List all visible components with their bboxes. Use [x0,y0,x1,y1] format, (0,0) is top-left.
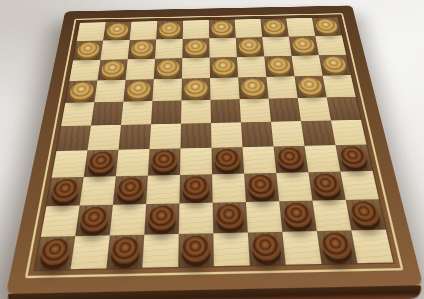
square-light-r2c8 [292,55,323,76]
square-37[interactable] [113,176,148,205]
dark-man-sq34[interactable] [277,148,305,170]
square-light-r7c9 [340,171,379,200]
light-man-sq11[interactable] [101,61,125,78]
board-front-edge [6,285,424,299]
square-42[interactable] [144,203,179,234]
dark-man-sq38[interactable] [183,176,209,199]
square-light-r8c2 [110,204,146,235]
dark-man-sq33[interactable] [215,149,241,171]
square-light-r3c5 [210,77,239,99]
square-34[interactable] [274,146,309,173]
light-man-sq15[interactable] [322,56,348,73]
square-light-r4c4 [181,100,211,124]
square-light-r8c8 [312,200,351,231]
square-26[interactable] [56,126,91,151]
square-light-r7c5 [212,174,246,203]
light-man-sq18[interactable] [184,80,207,98]
square-light-r2c4 [182,58,210,79]
square-light-r2c0 [69,60,100,81]
square-light-r4c8 [298,97,331,121]
square-11[interactable] [97,59,127,80]
light-man-sq1[interactable] [106,23,129,38]
square-49[interactable] [248,232,286,266]
square-28[interactable] [181,123,212,148]
square-light-r7c1 [80,176,116,205]
square-light-r8c0 [41,205,80,236]
square-light-r4c2 [121,101,152,125]
square-light-r3c1 [94,80,125,102]
square-40[interactable] [308,172,345,201]
square-light-r2c2 [126,59,155,80]
light-man-sq13[interactable] [212,58,235,75]
light-man-sq12[interactable] [157,60,180,77]
dark-man-sq49[interactable] [251,234,281,261]
square-8[interactable] [182,38,209,58]
square-45[interactable] [346,199,386,230]
light-man-sq17[interactable] [127,81,151,99]
photo-background [0,0,424,299]
square-4[interactable] [260,18,288,37]
board-scene [6,5,423,294]
square-light-r6c4 [180,148,212,175]
square-light-r6c8 [305,145,341,172]
dark-man-sq35[interactable] [339,146,369,168]
square-light-r0c8 [286,18,315,37]
square-light-r7c3 [146,175,180,204]
dark-man-sq39[interactable] [247,175,275,198]
square-1[interactable] [103,22,131,41]
square-light-r9c9 [351,230,393,264]
square-24[interactable] [269,98,301,122]
square-light-r1c5 [209,38,237,58]
square-light-r1c7 [262,37,291,57]
square-21[interactable] [91,102,123,126]
square-12[interactable] [154,58,183,79]
square-38[interactable] [179,174,212,203]
light-man-sq9[interactable] [238,38,261,54]
dark-man-sq32[interactable] [151,150,177,172]
square-32[interactable] [148,148,181,175]
square-light-r9c5 [213,233,250,267]
square-6[interactable] [73,40,103,60]
square-15[interactable] [319,55,351,76]
board-grid [35,17,394,270]
dark-man-sq36[interactable] [50,179,80,202]
square-light-r1c3 [155,39,183,59]
draughts-board [6,5,423,294]
square-light-r9c7 [282,231,321,265]
dark-man-sq42[interactable] [148,205,176,230]
dark-man-sq46[interactable] [39,238,71,265]
square-light-r2c6 [237,56,266,77]
square-25[interactable] [327,97,361,121]
square-light-r0c6 [235,19,263,38]
light-man-sq5[interactable] [315,19,339,34]
square-13[interactable] [210,57,239,78]
dark-man-sq48[interactable] [182,235,211,262]
light-man-sq4[interactable] [263,20,286,35]
square-light-r1c1 [100,40,129,60]
square-5[interactable] [312,17,342,36]
square-31[interactable] [84,150,119,177]
square-light-r3c7 [266,76,297,98]
square-47[interactable] [106,235,144,269]
square-27[interactable] [118,124,151,149]
dark-man-sq43[interactable] [216,204,244,229]
square-light-r0c2 [130,21,158,40]
square-7[interactable] [128,39,156,59]
light-man-sq16[interactable] [69,82,95,100]
square-18[interactable] [181,78,210,100]
square-light-r5c3 [150,124,182,149]
dark-man-sq50[interactable] [321,233,353,260]
square-19[interactable] [238,77,268,99]
square-light-r6c6 [243,146,277,173]
square-light-r7c7 [276,172,312,201]
square-light-r6c2 [116,149,150,176]
square-light-r9c3 [142,234,179,268]
square-light-r6c0 [52,150,88,177]
square-35[interactable] [336,145,373,172]
square-46[interactable] [35,236,76,270]
square-17[interactable] [123,79,153,101]
light-man-sq3[interactable] [211,21,233,36]
square-41[interactable] [75,205,113,236]
square-light-r8c6 [246,201,282,232]
square-light-r5c7 [271,121,305,146]
square-29[interactable] [241,122,274,147]
square-9[interactable] [236,37,265,57]
dark-man-sq37[interactable] [117,178,145,201]
light-man-sq14[interactable] [267,57,291,74]
square-14[interactable] [264,56,294,77]
square-light-r3c3 [152,79,181,101]
square-3[interactable] [209,20,236,39]
square-light-r0c4 [183,20,210,39]
square-23[interactable] [211,99,241,123]
square-20[interactable] [295,76,327,98]
light-man-sq10[interactable] [292,37,316,53]
square-36[interactable] [46,177,83,206]
square-39[interactable] [244,173,279,202]
square-light-r9c1 [71,235,110,269]
light-man-sq20[interactable] [298,77,324,95]
dark-man-sq41[interactable] [79,207,109,232]
square-light-r3c9 [323,75,356,97]
square-10[interactable] [289,36,319,56]
dark-man-sq45[interactable] [349,201,381,226]
square-light-r5c5 [211,122,243,147]
square-light-r0c0 [77,22,106,41]
dark-man-sq47[interactable] [110,237,140,264]
square-33[interactable] [212,147,245,174]
dark-man-sq44[interactable] [283,203,313,228]
dark-man-sq40[interactable] [312,174,342,197]
square-48[interactable] [178,233,214,267]
dark-man-sq31[interactable] [87,152,115,174]
square-light-r4c0 [61,102,94,126]
light-man-sq6[interactable] [76,42,100,58]
square-light-r4c6 [240,99,271,123]
square-44[interactable] [279,201,317,232]
square-light-r5c1 [87,125,121,150]
square-light-r8c4 [179,203,214,234]
square-light-r5c9 [331,120,367,145]
light-man-sq2[interactable] [159,22,180,37]
square-2[interactable] [156,21,183,40]
square-30[interactable] [301,120,336,145]
square-light-r1c9 [315,35,346,55]
inlay-pinstripe [25,13,404,278]
square-16[interactable] [65,80,97,102]
light-man-sq19[interactable] [241,78,265,96]
square-22[interactable] [151,100,181,124]
light-man-sq7[interactable] [131,41,154,57]
light-man-sq8[interactable] [185,40,207,56]
square-43[interactable] [213,202,248,233]
